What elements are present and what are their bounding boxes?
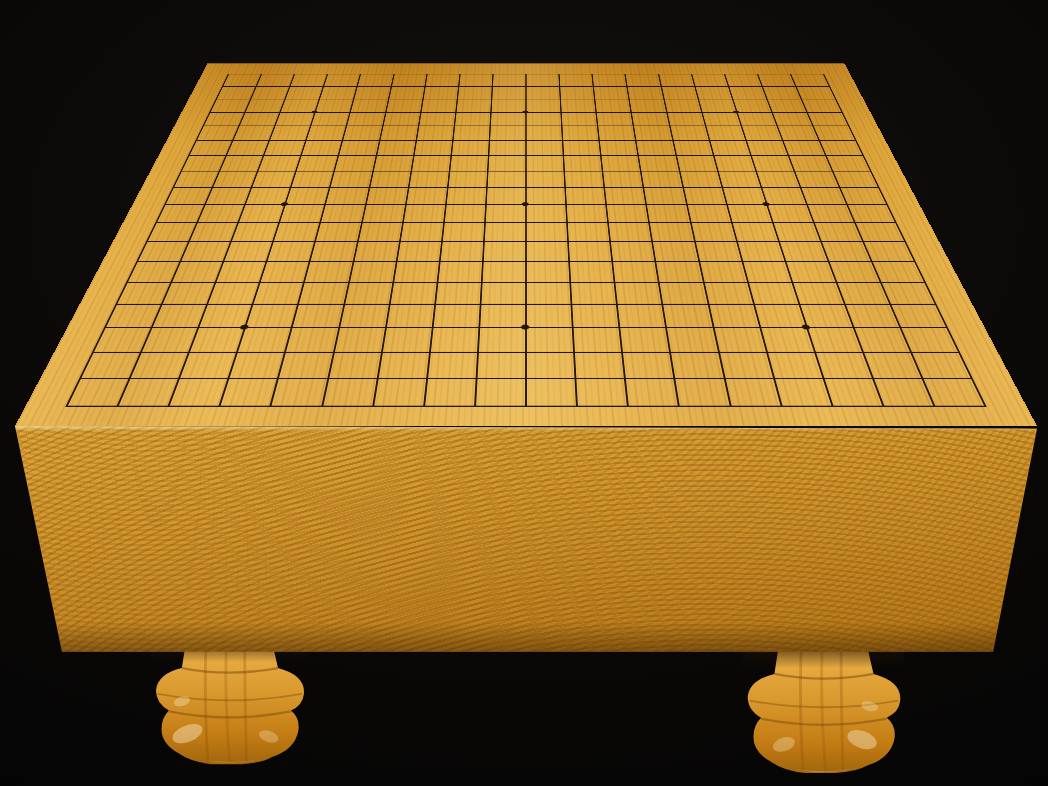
board-cell[interactable] [392,261,439,282]
board-cell[interactable] [443,204,485,222]
board-cell[interactable] [320,204,365,222]
goban-front-face [15,425,1037,654]
board-cell[interactable] [377,352,429,378]
board-cell[interactable] [672,140,713,155]
board-cell[interactable] [457,86,492,99]
board-cell[interactable] [488,140,525,155]
board-cell[interactable] [575,378,627,406]
board-cell[interactable] [266,241,315,261]
board-cell[interactable] [432,304,480,327]
board-cell[interactable] [717,171,761,187]
board-cell[interactable] [441,222,484,241]
board-cell[interactable] [396,241,441,261]
board-surface [15,63,1037,426]
board-cell[interactable] [690,222,736,241]
board-cell[interactable] [447,171,487,187]
board-cell[interactable] [560,99,596,112]
board-cell[interactable] [631,112,669,126]
board-cell[interactable] [736,112,776,126]
board-cell[interactable] [626,86,662,99]
board-cell[interactable] [566,222,609,241]
board-cell[interactable] [596,112,633,126]
board-cell[interactable] [338,140,379,155]
board-cell[interactable] [492,74,526,86]
board-cell[interactable] [285,187,330,204]
board-cell[interactable] [424,74,459,86]
board-cell[interactable] [766,99,806,112]
board-cell[interactable] [291,304,343,327]
board-cell[interactable] [483,222,525,241]
board-cell[interactable] [289,74,327,86]
board-cell[interactable] [250,86,289,99]
board-cell[interactable] [759,327,814,352]
board-cell[interactable] [445,187,486,204]
board-cell[interactable] [491,86,525,99]
board-cell[interactable] [669,126,709,140]
right-leg [742,646,904,778]
board-cell[interactable] [219,155,263,171]
board-cell[interactable] [665,327,717,352]
board-cell[interactable] [713,155,756,171]
board-cell[interactable] [753,304,806,327]
board-cell[interactable] [321,378,377,406]
board-cell[interactable] [604,187,646,204]
board-cell[interactable] [212,171,257,187]
board-cell[interactable] [561,126,598,140]
board-cell[interactable] [315,99,354,112]
board-cell[interactable] [402,204,445,222]
board-cell[interactable] [279,204,325,222]
board-cell[interactable] [675,155,717,171]
board-cell[interactable] [489,126,526,140]
board-cell[interactable] [571,304,619,327]
board-cell[interactable] [525,327,573,352]
board-cell[interactable] [487,155,525,171]
board-cell[interactable] [712,327,765,352]
board-cell[interactable] [778,241,828,261]
board-cell[interactable] [273,222,320,241]
board-cell[interactable] [812,126,855,140]
board-cell[interactable] [740,126,781,140]
board-cell[interactable] [238,204,285,222]
board-cell[interactable] [525,99,560,112]
board-cell[interactable] [771,112,812,126]
board-cell[interactable] [573,352,624,378]
board-cell[interactable] [562,140,600,155]
board-cell[interactable] [559,86,594,99]
board-cell[interactable] [728,86,766,99]
star-point [522,110,528,113]
board-cell[interactable] [806,112,848,126]
board-cell[interactable] [168,378,228,406]
board-cell[interactable] [449,155,488,171]
board-cell[interactable] [434,282,481,304]
board-cell[interactable] [666,112,705,126]
board-cell[interactable] [568,261,613,282]
board-cell[interactable] [694,86,732,99]
board-cell[interactable] [410,155,450,171]
board-cell[interactable] [662,304,713,327]
board-cell[interactable] [489,112,525,126]
board-cell[interactable] [376,140,416,155]
board-cell[interactable] [616,304,665,327]
board-cell[interactable] [629,99,666,112]
board-cell[interactable] [423,378,476,406]
board-cell[interactable] [594,99,631,112]
board-cell[interactable] [801,99,842,112]
board-cell[interactable] [309,241,357,261]
board-cell[interactable] [525,140,562,155]
board-cell[interactable] [348,261,396,282]
board-cell[interactable] [452,126,489,140]
board-cell[interactable] [269,126,310,140]
board-cell[interactable] [663,99,701,112]
board-cell[interactable] [223,241,273,261]
board-cell[interactable] [619,327,670,352]
board-cell[interactable] [757,74,795,86]
board-cell[interactable] [251,171,296,187]
board-cell[interactable] [525,378,576,406]
left-leg [144,644,314,766]
board-cell[interactable] [230,222,278,241]
board-cell[interactable] [525,304,572,327]
board-cell[interactable] [304,261,353,282]
board-cell[interactable] [226,140,269,155]
board-cell[interactable] [760,187,806,204]
board-cell[interactable] [485,187,525,204]
board-cell[interactable] [244,304,297,327]
board-cell[interactable] [854,222,904,241]
board-cell[interactable] [474,378,525,406]
board-cell[interactable] [565,204,607,222]
board-cell[interactable] [638,155,679,171]
board-cell[interactable] [889,304,946,327]
board-cell[interactable] [346,112,385,126]
board-cell[interactable] [910,352,971,378]
board-cell[interactable] [277,352,332,378]
board-cell[interactable] [708,140,749,155]
board-cell[interactable] [600,155,640,171]
board-cell[interactable] [776,126,818,140]
board-cell[interactable] [228,352,285,378]
board-cell[interactable] [305,126,346,140]
board-cell[interactable] [408,171,449,187]
board-cell[interactable] [484,204,525,222]
board-cell[interactable] [564,187,605,204]
board-cell[interactable] [238,112,279,126]
board-cell[interactable] [832,171,878,187]
star-point [521,325,529,330]
board-cell[interactable] [290,171,334,187]
board-cell[interactable] [525,261,569,282]
board-cell[interactable] [353,86,390,99]
board-cell[interactable] [399,222,443,241]
board-cell[interactable] [701,112,741,126]
board-cell[interactable] [705,126,746,140]
board-cell[interactable] [694,241,741,261]
board-cell[interactable] [285,86,324,99]
board-cell[interactable] [745,140,787,155]
board-cell[interactable] [415,126,453,140]
board-cell[interactable] [736,241,785,261]
board-cell[interactable] [724,74,762,86]
board-cell[interactable] [614,282,662,304]
board-cell[interactable] [697,99,736,112]
board-cell[interactable] [338,304,389,327]
board-cell[interactable] [263,140,305,155]
board-cell[interactable] [678,171,721,187]
board-cell[interactable] [755,171,799,187]
board-cell[interactable] [572,327,621,352]
board-cell[interactable] [723,378,780,406]
board-cell[interactable] [422,86,458,99]
board-cell[interactable] [381,327,432,352]
board-cell[interactable] [633,126,672,140]
board-cell[interactable] [717,352,772,378]
goban-top-surface [15,63,1037,426]
board-cell[interactable] [605,204,648,222]
board-cell[interactable] [862,241,914,261]
board-cell[interactable] [750,155,793,171]
board-cell[interactable] [609,241,654,261]
board-cell[interactable] [698,261,747,282]
board-cell[interactable] [342,126,382,140]
board-cell[interactable] [426,352,477,378]
board-cell[interactable] [198,304,252,327]
board-cell[interactable] [274,112,314,126]
board-cell[interactable] [607,222,651,241]
board-cell[interactable] [525,222,567,241]
board-cell[interactable] [343,282,392,304]
board-cell[interactable] [215,261,266,282]
board-cell[interactable] [480,282,526,304]
board-cell[interactable] [726,204,772,222]
board-cell[interactable] [481,261,525,282]
board-cell[interactable] [327,352,381,378]
board-cell[interactable] [319,86,357,99]
board-cell[interactable] [357,74,393,86]
board-cell[interactable] [315,222,361,241]
board-cell[interactable] [357,222,402,241]
board-cell[interactable] [621,352,673,378]
board-cell[interactable] [525,74,559,86]
goban-grid[interactable] [65,74,986,407]
board-cell[interactable] [178,352,236,378]
board-cell[interactable] [197,204,245,222]
board-cell[interactable] [646,204,690,222]
board-cell[interactable] [525,282,571,304]
board-cell[interactable] [439,241,483,261]
board-cell[interactable] [682,187,726,204]
board-cell[interactable] [790,74,829,86]
board-cell[interactable] [741,261,791,282]
board-cell[interactable] [766,204,813,222]
board-cell[interactable] [232,126,274,140]
board-cell[interactable] [420,99,457,112]
board-cell[interactable] [658,74,694,86]
board-cell[interactable] [652,241,698,261]
board-cell[interactable] [643,187,686,204]
board-cell[interactable] [839,187,887,204]
board-cell[interactable] [525,204,566,222]
board-cell[interactable] [437,261,482,282]
board-cell[interactable] [818,140,862,155]
board-cell[interactable] [560,112,597,126]
board-cell[interactable] [686,204,731,222]
board-cell[interactable] [525,126,562,140]
board-cell[interactable] [525,171,564,187]
board-cell[interactable] [569,282,616,304]
board-cell[interactable] [766,352,823,378]
board-cell[interactable] [301,140,343,155]
board-cell[interactable] [625,74,661,86]
board-cell[interactable] [707,304,759,327]
board-cell[interactable] [772,222,820,241]
board-cell[interactable] [564,171,604,187]
board-cell[interactable] [563,155,602,171]
board-cell[interactable] [490,99,525,112]
board-cell[interactable] [236,327,291,352]
board-cell[interactable] [773,378,831,406]
board-cell[interactable] [270,378,327,406]
board-cell[interactable] [385,99,422,112]
board-cell[interactable] [455,99,491,112]
board-cell[interactable] [323,74,360,86]
board-cell[interactable] [298,282,348,304]
board-cell[interactable] [256,74,294,86]
board-cell[interactable] [624,378,678,406]
photo-background [0,0,1048,786]
board-cell[interactable] [429,327,478,352]
board-cell[interactable] [635,140,675,155]
board-cell[interactable] [204,187,251,204]
board-cell[interactable] [658,282,707,304]
board-cell[interactable] [599,140,638,155]
board-cell[interactable] [612,261,659,282]
board-cell[interactable] [525,112,561,126]
board-cell[interactable] [385,304,434,327]
board-cell[interactable] [525,155,563,171]
board-cell[interactable] [825,155,870,171]
star-point [522,202,529,206]
board-cell[interactable] [389,282,437,304]
board-cell[interactable] [329,171,372,187]
board-cell[interactable] [558,74,592,86]
board-cell[interactable] [591,74,626,86]
board-cell[interactable] [482,241,525,261]
board-cell[interactable] [478,304,525,327]
board-cell[interactable] [334,155,376,171]
board-cell[interactable] [361,204,405,222]
board-cell[interactable] [486,171,525,187]
board-cell[interactable] [525,86,559,99]
board-cell[interactable] [405,187,447,204]
board-cell[interactable] [372,155,413,171]
board-cell[interactable] [525,241,568,261]
board-cell[interactable] [525,352,575,378]
board-cell[interactable] [477,327,525,352]
board-cell[interactable] [921,378,984,406]
board-cell[interactable] [602,171,643,187]
board-cell[interactable] [252,282,304,304]
board-cell[interactable] [188,327,244,352]
board-cell[interactable] [257,155,300,171]
board-cell[interactable] [567,241,611,261]
board-cell[interactable] [365,187,408,204]
board-cell[interactable] [296,155,339,171]
board-cell[interactable] [731,222,778,241]
board-cell[interactable] [379,126,418,140]
board-cell[interactable] [795,86,835,99]
board-cell[interactable] [691,74,728,86]
board-cell[interactable] [660,86,697,99]
board-cell[interactable] [450,140,488,155]
board-cell[interactable] [880,282,935,304]
board-cell[interactable] [597,126,635,140]
board-cell[interactable] [525,187,565,204]
board-cell[interactable] [325,187,369,204]
board-cell[interactable] [285,327,338,352]
board-cell[interactable] [871,261,924,282]
star-point [733,110,740,113]
board-cell[interactable] [388,86,424,99]
board-cell[interactable] [747,282,798,304]
board-cell[interactable] [721,187,766,204]
board-cell[interactable] [655,261,703,282]
board-cell[interactable] [350,99,388,112]
board-cell[interactable] [372,378,426,406]
board-cell[interactable] [413,140,452,155]
board-cell[interactable] [391,74,427,86]
board-cell[interactable] [458,74,492,86]
board-cell[interactable] [219,378,278,406]
board-cell[interactable] [310,112,350,126]
board-cell[interactable] [369,171,411,187]
board-cell[interactable] [648,222,693,241]
board-cell[interactable] [454,112,491,126]
star-point [762,202,770,206]
board-cell[interactable] [669,352,723,378]
board-cell[interactable] [674,378,729,406]
board-cell[interactable] [899,327,958,352]
board-cell[interactable] [418,112,455,126]
board-cell[interactable] [382,112,420,126]
board-cell[interactable] [476,352,526,378]
board-cell[interactable] [207,282,260,304]
board-cell[interactable] [333,327,385,352]
board-cell[interactable] [640,171,682,187]
board-cell[interactable] [244,99,284,112]
board-cell[interactable] [846,204,895,222]
board-cell[interactable] [593,86,629,99]
board-cell[interactable] [761,86,800,99]
board-cell[interactable] [352,241,398,261]
board-cell[interactable] [259,261,309,282]
board-cell[interactable] [702,282,752,304]
